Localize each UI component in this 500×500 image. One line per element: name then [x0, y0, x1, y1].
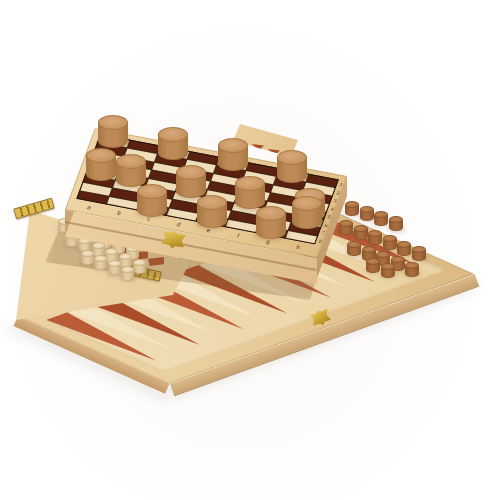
backgammon-piece-cream	[94, 255, 107, 270]
backgammon-piece-brown	[397, 241, 411, 256]
backgammon-piece-brown	[374, 211, 388, 226]
checkers-piece	[292, 196, 322, 229]
backgammon-piece-brown	[381, 263, 395, 278]
checkers-piece	[277, 150, 307, 183]
checkers-piece	[176, 165, 206, 198]
backgammon-piece-cream	[108, 260, 121, 275]
checkers-piece	[86, 148, 116, 181]
backgammon-piece-brown	[347, 241, 361, 256]
backgammon-piece-brown	[360, 206, 374, 221]
far-point-tip	[252, 144, 264, 151]
checkers-piece	[158, 127, 188, 160]
backgammon-piece-brown	[389, 216, 403, 231]
checkers-piece	[197, 195, 227, 228]
backgammon-piece-cream	[133, 259, 146, 274]
backgammon-piece-brown	[366, 258, 380, 273]
backgammon-piece-brown	[345, 201, 359, 216]
checkers-piece	[218, 138, 248, 171]
backgammon-piece-cream	[81, 250, 94, 265]
backgammon-piece-cream	[121, 266, 134, 281]
product-photo-scene: abcdefgh 12345678	[0, 0, 500, 500]
backgammon-piece-brown	[354, 225, 368, 240]
checkers-piece	[235, 176, 265, 209]
backgammon-piece-brown	[383, 235, 397, 250]
backgammon-piece-brown	[412, 246, 426, 261]
checkers-piece	[137, 184, 167, 217]
backgammon-piece-brown	[405, 262, 419, 277]
checkers-piece	[256, 206, 286, 239]
backgammon-piece-brown	[339, 220, 353, 235]
checkers-piece	[98, 115, 128, 148]
checkers-piece	[116, 154, 146, 187]
backgammon-piece-brown	[368, 230, 382, 245]
